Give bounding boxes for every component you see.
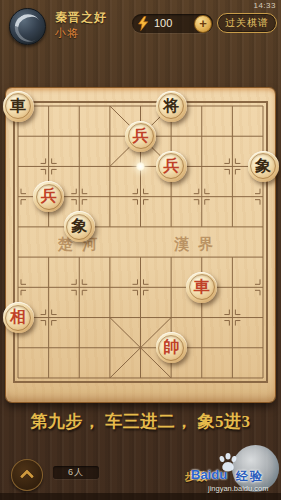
piece-red-chariot[interactable]: 車	[186, 272, 217, 303]
board[interactable]: 楚河 漢界 車将兵兵象兵象車相帥	[6, 88, 275, 402]
watermark-circle	[232, 445, 279, 492]
player-name: 秦晋之好	[55, 9, 107, 26]
piece-red-soldier[interactable]: 兵	[125, 121, 156, 152]
app-screen: 14:33 秦晋之好 小将 100 + 过关棋谱 楚河 漢界 車将兵兵象兵象車相…	[0, 0, 281, 500]
piece-black-chariot[interactable]: 車	[3, 91, 34, 122]
avatar[interactable]	[9, 8, 46, 45]
move-caption: 第九步， 车三进二， 象5进3	[0, 410, 281, 433]
puzzle-mode-button[interactable]: 过关棋谱	[217, 13, 277, 33]
steps-label: 步数	[185, 469, 207, 484]
piece-black-general[interactable]: 将	[156, 91, 187, 122]
clock-time: 14:33	[253, 1, 276, 10]
piece-red-soldier[interactable]: 兵	[156, 151, 187, 182]
expand-panel-button[interactable]	[11, 459, 43, 491]
piece-black-elephant[interactable]: 象	[248, 151, 279, 182]
player-rank-badge: 小将	[55, 26, 79, 41]
bottom-strip	[0, 493, 281, 500]
energy-value: 100	[154, 17, 172, 29]
add-energy-button[interactable]: +	[194, 15, 212, 33]
players-count: 6人	[53, 466, 99, 479]
watermark-url: jingyan.baidu.com	[208, 484, 268, 493]
lightning-icon	[136, 16, 150, 31]
energy-pill: 100 +	[132, 14, 213, 33]
baidu-paw-icon	[217, 451, 240, 474]
piece-red-elephant[interactable]: 相	[3, 302, 34, 333]
piece-black-elephant[interactable]: 象	[64, 211, 95, 242]
chevron-up-icon	[20, 469, 34, 483]
watermark-brand-suffix: 经验	[236, 468, 264, 485]
piece-red-general[interactable]: 帥	[156, 332, 187, 363]
